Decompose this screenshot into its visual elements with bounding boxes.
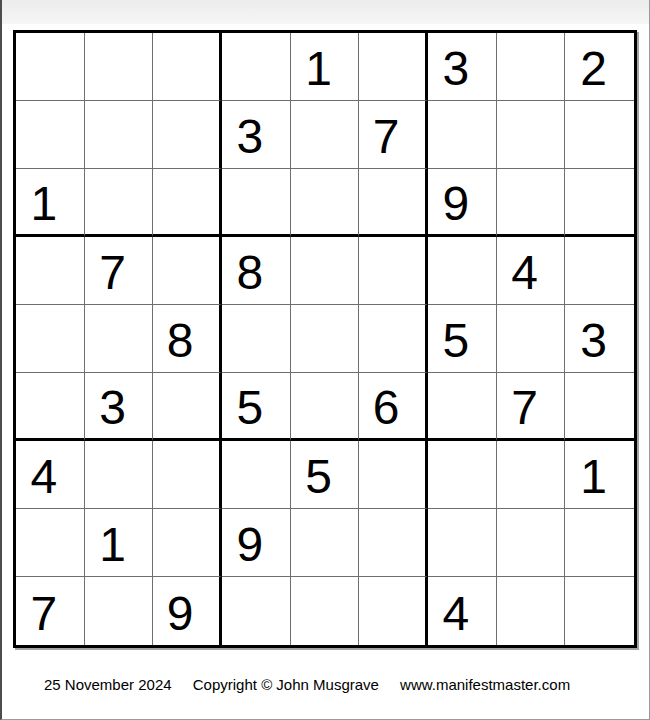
cell-r1c1	[16, 33, 85, 101]
cell-r9c2	[85, 577, 154, 645]
cell-r7c4	[222, 441, 291, 509]
cell-r2c5	[291, 101, 360, 169]
cell-r2c2	[85, 101, 154, 169]
cell-r7c1: 4	[16, 441, 85, 509]
cell-r5c3: 8	[153, 305, 222, 373]
cell-r6c9	[565, 373, 634, 441]
cell-r6c2: 3	[85, 373, 154, 441]
cell-r4c3	[153, 237, 222, 305]
cell-r5c7: 5	[428, 305, 497, 373]
cell-r2c6: 7	[359, 101, 428, 169]
cell-r1c2	[85, 33, 154, 101]
cell-r4c8: 4	[497, 237, 566, 305]
cell-r2c1	[16, 101, 85, 169]
footer-copyright: Copyright © John Musgrave	[193, 676, 379, 693]
cell-r2c4: 3	[222, 101, 291, 169]
footer: 25 November 2024 Copyright © John Musgra…	[44, 676, 570, 694]
cell-r3c3	[153, 169, 222, 237]
cell-r7c2	[85, 441, 154, 509]
cell-r7c5: 5	[291, 441, 360, 509]
cell-r2c9	[565, 101, 634, 169]
cell-r3c1: 1	[16, 169, 85, 237]
cell-r3c8	[497, 169, 566, 237]
header-band	[2, 0, 649, 24]
cell-r3c6	[359, 169, 428, 237]
cell-r1c9: 2	[565, 33, 634, 101]
cell-r9c7: 4	[428, 577, 497, 645]
cell-r1c7: 3	[428, 33, 497, 101]
cell-r9c6	[359, 577, 428, 645]
cell-r7c3	[153, 441, 222, 509]
cell-r9c5	[291, 577, 360, 645]
cell-r7c9: 1	[565, 441, 634, 509]
cell-r8c6	[359, 509, 428, 577]
cell-r9c1: 7	[16, 577, 85, 645]
cell-r6c6: 6	[359, 373, 428, 441]
footer-date: 25 November 2024	[44, 676, 172, 693]
cell-r8c1	[16, 509, 85, 577]
cell-r1c5: 1	[291, 33, 360, 101]
cell-r1c8	[497, 33, 566, 101]
cell-r5c5	[291, 305, 360, 373]
cell-r7c6	[359, 441, 428, 509]
cell-r3c4	[222, 169, 291, 237]
cell-r7c7	[428, 441, 497, 509]
cell-r6c5	[291, 373, 360, 441]
cell-r8c8	[497, 509, 566, 577]
cell-r4c9	[565, 237, 634, 305]
cell-r5c4	[222, 305, 291, 373]
cell-r3c2	[85, 169, 154, 237]
footer-url: www.manifestmaster.com	[400, 676, 570, 693]
cell-r6c4: 5	[222, 373, 291, 441]
cell-r4c1	[16, 237, 85, 305]
cell-r1c6	[359, 33, 428, 101]
cell-r2c7	[428, 101, 497, 169]
puzzle-page: 1323719784853356745119794 25 November 20…	[0, 0, 650, 720]
cell-r9c9	[565, 577, 634, 645]
cell-r4c7	[428, 237, 497, 305]
cell-r4c2: 7	[85, 237, 154, 305]
cell-r3c9	[565, 169, 634, 237]
cell-r8c9	[565, 509, 634, 577]
cell-r5c1	[16, 305, 85, 373]
cell-r2c8	[497, 101, 566, 169]
cell-r5c8	[497, 305, 566, 373]
cell-r7c8	[497, 441, 566, 509]
cell-r5c6	[359, 305, 428, 373]
cell-r3c7: 9	[428, 169, 497, 237]
cell-r4c4: 8	[222, 237, 291, 305]
cell-r9c3: 9	[153, 577, 222, 645]
cell-r8c5	[291, 509, 360, 577]
cell-r8c3	[153, 509, 222, 577]
cell-r6c8: 7	[497, 373, 566, 441]
cell-r3c5	[291, 169, 360, 237]
cell-r4c6	[359, 237, 428, 305]
cell-r9c8	[497, 577, 566, 645]
cell-r6c3	[153, 373, 222, 441]
cell-r6c7	[428, 373, 497, 441]
cell-r6c1	[16, 373, 85, 441]
cell-r9c4	[222, 577, 291, 645]
cell-r1c4	[222, 33, 291, 101]
cell-r5c9: 3	[565, 305, 634, 373]
cell-r4c5	[291, 237, 360, 305]
cell-r1c3	[153, 33, 222, 101]
cell-r2c3	[153, 101, 222, 169]
cell-r5c2	[85, 305, 154, 373]
cell-r8c4: 9	[222, 509, 291, 577]
sudoku-board: 1323719784853356745119794	[13, 30, 637, 648]
cell-r8c2: 1	[85, 509, 154, 577]
cell-r8c7	[428, 509, 497, 577]
